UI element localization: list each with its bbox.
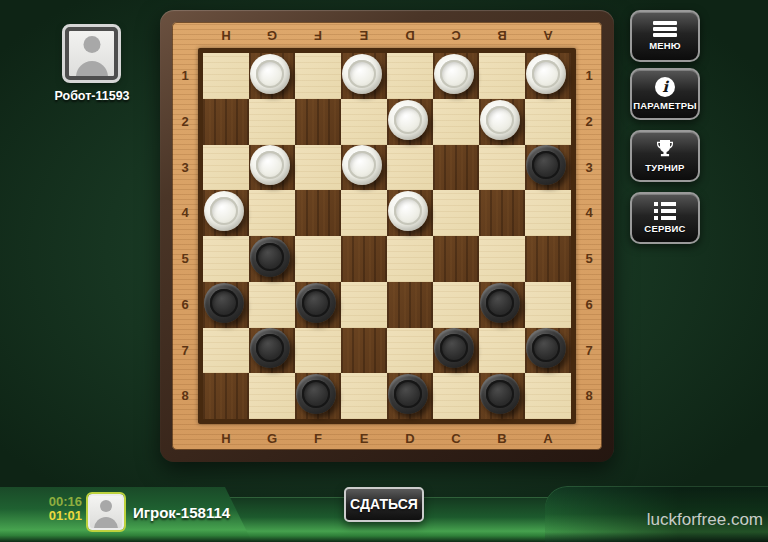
square-e3[interactable] [341,145,387,191]
coord-label: 3 [576,145,602,191]
white-piece[interactable] [250,54,290,94]
black-piece[interactable] [204,283,244,323]
coord-label: C [433,426,479,452]
black-piece[interactable] [480,283,520,323]
square-c1[interactable] [433,53,479,99]
square-b5 [479,236,525,282]
coord-label: 5 [576,236,602,282]
square-a5[interactable] [525,236,571,282]
black-piece[interactable] [526,145,566,185]
coord-label: C [433,22,479,48]
coord-label: 8 [172,373,198,419]
watermark-link[interactable]: luckforfree.com [647,510,763,530]
square-b1 [479,53,525,99]
coord-label: 6 [576,282,602,328]
player-avatar [88,494,124,530]
square-e4 [341,190,387,236]
coord-label: B [479,426,525,452]
square-h6[interactable] [203,282,249,328]
opponent-name: Робот-11593 [22,89,162,103]
square-a8 [525,373,571,419]
square-e1[interactable] [341,53,387,99]
board-coord-bottom: HGFEDCBA [203,426,571,452]
square-b2[interactable] [479,99,525,145]
black-piece[interactable] [296,374,336,414]
white-piece[interactable] [250,145,290,185]
square-h2[interactable] [203,99,249,145]
white-piece[interactable] [342,54,382,94]
timer-move: 01:01 [28,509,82,523]
coord-label: 2 [576,99,602,145]
square-f2[interactable] [295,99,341,145]
coord-label: E [341,22,387,48]
black-piece[interactable] [250,328,290,368]
square-a2 [525,99,571,145]
square-f1 [295,53,341,99]
square-g7[interactable] [249,328,295,374]
square-d5 [387,236,433,282]
coord-label: 1 [576,53,602,99]
square-g6 [249,282,295,328]
square-b3 [479,145,525,191]
board-coord-left: 12345678 [172,53,198,419]
coord-label: 6 [172,282,198,328]
coord-label: F [295,22,341,48]
tournament-button-label: ТУРНИР [645,162,684,173]
black-piece[interactable] [526,328,566,368]
parameters-button-label: ПАРАМЕТРЫ [633,100,697,111]
square-b8[interactable] [479,373,525,419]
square-f4[interactable] [295,190,341,236]
square-g1[interactable] [249,53,295,99]
coord-label: A [525,426,571,452]
black-piece[interactable] [480,374,520,414]
person-silhouette-icon [90,496,122,528]
square-b4[interactable] [479,190,525,236]
board-coord-right: 12345678 [576,53,602,419]
square-c7[interactable] [433,328,479,374]
coord-label: E [341,426,387,452]
parameters-button[interactable]: ПАРАМЕТРЫ [630,68,700,120]
coord-label: 7 [172,328,198,374]
square-h8[interactable] [203,373,249,419]
square-d2[interactable] [387,99,433,145]
square-f7 [295,328,341,374]
coord-label: A [525,22,571,48]
coord-label: 4 [576,190,602,236]
service-button[interactable]: СЕРВИС [630,192,700,244]
player-timers: 00:16 01:01 [28,495,82,523]
hamburger-menu-icon [653,21,677,37]
white-piece[interactable] [480,100,520,140]
trophy-icon [654,139,676,159]
square-e5[interactable] [341,236,387,282]
square-f8[interactable] [295,373,341,419]
square-a3[interactable] [525,145,571,191]
square-g3[interactable] [249,145,295,191]
white-piece[interactable] [388,191,428,231]
white-piece[interactable] [526,54,566,94]
square-c6 [433,282,479,328]
square-h5 [203,236,249,282]
coord-label: G [249,22,295,48]
white-piece[interactable] [204,191,244,231]
square-g5[interactable] [249,236,295,282]
square-c2 [433,99,479,145]
square-d1 [387,53,433,99]
square-d3 [387,145,433,191]
black-piece[interactable] [388,374,428,414]
coord-label: H [203,426,249,452]
square-g4 [249,190,295,236]
square-b7 [479,328,525,374]
square-a4 [525,190,571,236]
coord-label: D [387,22,433,48]
black-piece[interactable] [296,283,336,323]
coord-label: 2 [172,99,198,145]
coord-label: 5 [172,236,198,282]
coord-label: D [387,426,433,452]
square-e7[interactable] [341,328,387,374]
square-h1 [203,53,249,99]
square-a1[interactable] [525,53,571,99]
coord-label: F [295,426,341,452]
square-e8 [341,373,387,419]
checkers-board: HGFEDCBA HGFEDCBA 12345678 12345678 [160,10,614,462]
coord-label: 8 [576,373,602,419]
square-c5[interactable] [433,236,479,282]
square-h3 [203,145,249,191]
coord-label: 1 [172,53,198,99]
board-coord-top: HGFEDCBA [203,22,571,48]
square-e6 [341,282,387,328]
white-piece[interactable] [388,100,428,140]
square-c3[interactable] [433,145,479,191]
white-piece[interactable] [434,54,474,94]
square-b6[interactable] [479,282,525,328]
menu-button[interactable]: МЕНЮ [630,10,700,62]
coord-label: 3 [172,145,198,191]
coord-label: B [479,22,525,48]
square-c8 [433,373,479,419]
square-a6 [525,282,571,328]
opponent-avatar [65,27,118,80]
coord-label: 4 [172,190,198,236]
black-piece[interactable] [434,328,474,368]
coord-label: G [249,426,295,452]
coord-label: H [203,22,249,48]
person-silhouette-icon [69,31,114,76]
square-d6[interactable] [387,282,433,328]
tournament-button[interactable]: ТУРНИР [630,130,700,182]
square-f6[interactable] [295,282,341,328]
square-f3 [295,145,341,191]
player-name: Игрок-158114 [133,504,230,521]
square-d4[interactable] [387,190,433,236]
timer-main: 00:16 [28,495,82,509]
service-button-label: СЕРВИС [644,223,685,234]
square-g2 [249,99,295,145]
square-c4 [433,190,479,236]
square-e2 [341,99,387,145]
white-piece[interactable] [342,145,382,185]
surrender-button[interactable]: СДАТЬСЯ [344,487,424,522]
info-icon [655,77,675,97]
black-piece[interactable] [250,237,290,277]
board-squares [203,53,571,419]
square-f5 [295,236,341,282]
service-list-icon [654,202,676,220]
square-d7 [387,328,433,374]
menu-button-label: МЕНЮ [649,40,681,51]
square-a7[interactable] [525,328,571,374]
square-h7 [203,328,249,374]
square-h4[interactable] [203,190,249,236]
square-d8[interactable] [387,373,433,419]
coord-label: 7 [576,328,602,374]
square-g8 [249,373,295,419]
